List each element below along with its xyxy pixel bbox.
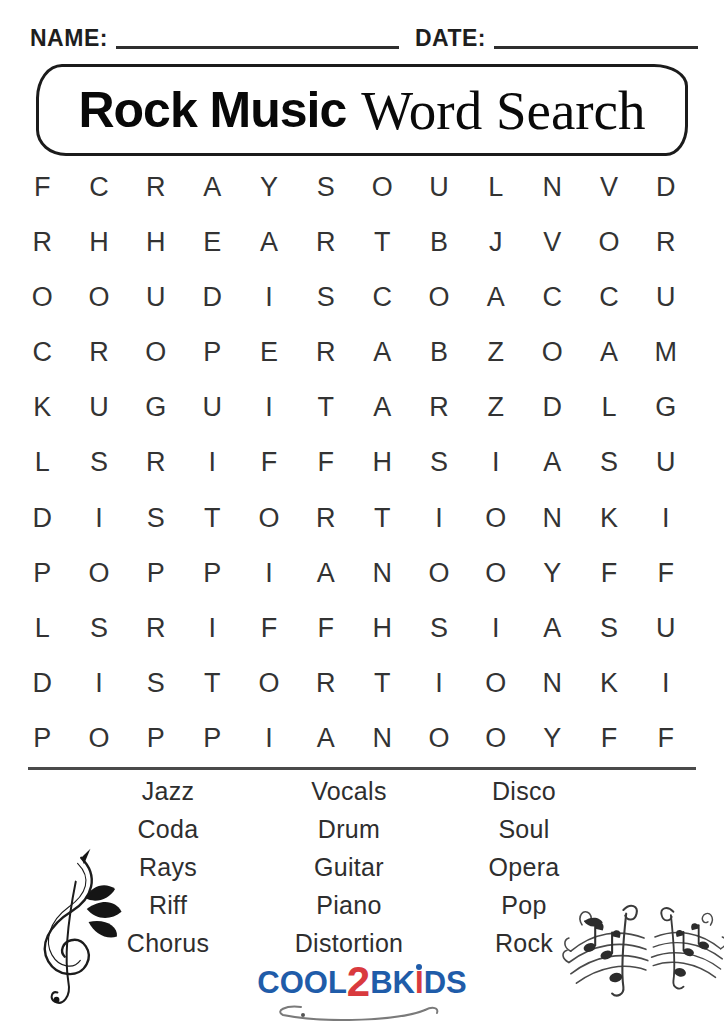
grid-cell-r9c3[interactable]: R [127,601,184,656]
brand-logo: COOL2BKIDS [0,958,724,1021]
name-blank-line [116,26,399,49]
grid-cell-r8c11[interactable]: F [581,546,638,601]
grid-cell-r4c1[interactable]: C [14,325,71,380]
grid-cell-r5c3[interactable]: G [127,380,184,435]
grid-cell-r8c12[interactable]: F [637,546,694,601]
grid-cell-r5c1[interactable]: K [14,380,71,435]
grid-cell-r9c6[interactable]: F [297,601,354,656]
grid-cell-r2c10[interactable]: V [524,215,581,270]
grid-cell-r7c4[interactable]: T [184,491,241,546]
grid-cell-r2c3[interactable]: H [127,215,184,270]
grid-cell-r11c2[interactable]: O [71,711,128,766]
grid-cell-r11c11[interactable]: F [581,711,638,766]
grid-cell-r3c11[interactable]: C [581,270,638,325]
word-list-item: Coda [63,810,273,848]
grid-cell-r10c10[interactable]: N [524,656,581,711]
grid-cell-r5c6[interactable]: T [297,380,354,435]
grid-cell-r6c12[interactable]: U [637,435,694,490]
grid-cell-r8c1[interactable]: P [14,546,71,601]
grid-cell-r7c1[interactable]: D [14,491,71,546]
grid-cell-r9c12[interactable]: U [637,601,694,656]
grid-cell-r4c12[interactable]: M [637,325,694,380]
grid-cell-r10c12[interactable]: I [637,656,694,711]
grid-cell-r2c8[interactable]: B [411,215,468,270]
grid-cell-r1c5[interactable]: Y [241,160,298,215]
grid-cell-r11c3[interactable]: P [127,711,184,766]
word-list-item: Soul [419,810,629,848]
grid-cell-r8c6[interactable]: A [297,546,354,601]
logo-part-bk: BK [370,965,415,1000]
grid-cell-r5c9[interactable]: Z [467,380,524,435]
grid-cell-r7c2[interactable]: I [71,491,128,546]
grid-cell-r3c7[interactable]: C [354,270,411,325]
title-box: Rock Music Word Search [36,64,688,156]
grid-cell-r8c10[interactable]: Y [524,546,581,601]
grid-cell-r7c5[interactable]: O [241,491,298,546]
grid-cell-r7c10[interactable]: N [524,491,581,546]
grid-cell-r6c1[interactable]: L [14,435,71,490]
grid-cell-r3c2[interactable]: O [71,270,128,325]
grid-cell-r5c11[interactable]: L [581,380,638,435]
grid-cell-r10c7[interactable]: T [354,656,411,711]
grid-cell-r3c4[interactable]: D [184,270,241,325]
grid-cell-r7c7[interactable]: T [354,491,411,546]
word-list-item: Disco [419,772,629,810]
grid-cell-r9c8[interactable]: S [411,601,468,656]
page-title-primary: Rock Music [78,81,346,139]
grid-cell-r6c11[interactable]: S [581,435,638,490]
logo-part-cool: COOL [257,965,347,1000]
grid-cell-r2c11[interactable]: O [581,215,638,270]
grid-cell-r8c9[interactable]: O [467,546,524,601]
letter-grid: FCRAYSOULNVDRHHEARTBJVOROOUDISCOACCUCROP… [14,160,694,766]
grid-cell-r1c4[interactable]: A [184,160,241,215]
logo-pencil-i: I [415,965,424,1000]
grid-cell-r8c3[interactable]: P [127,546,184,601]
grid-cell-r9c4[interactable]: I [184,601,241,656]
grid-cell-r5c4[interactable]: U [184,380,241,435]
grid-cell-r11c1[interactable]: P [14,711,71,766]
grid-cell-r4c10[interactable]: O [524,325,581,380]
grid-cell-r9c11[interactable]: S [581,601,638,656]
grid-cell-r9c1[interactable]: L [14,601,71,656]
grid-cell-r4c3[interactable]: O [127,325,184,380]
grid-cell-r6c10[interactable]: A [524,435,581,490]
grid-cell-r4c4[interactable]: P [184,325,241,380]
grid-cell-r10c2[interactable]: I [71,656,128,711]
grid-cell-r1c11[interactable]: V [581,160,638,215]
grid-cell-r1c12[interactable]: D [637,160,694,215]
grid-cell-r8c2[interactable]: O [71,546,128,601]
grid-cell-r11c6[interactable]: A [297,711,354,766]
grid-cell-r11c12[interactable]: F [637,711,694,766]
grid-cell-r11c9[interactable]: O [467,711,524,766]
grid-cell-r3c6[interactable]: S [297,270,354,325]
grid-cell-r10c5[interactable]: O [241,656,298,711]
grid-cell-r5c5[interactable]: I [241,380,298,435]
grid-cell-r9c10[interactable]: A [524,601,581,656]
grid-cell-r4c9[interactable]: Z [467,325,524,380]
grid-cell-r3c3[interactable]: U [127,270,184,325]
grid-cell-r7c11[interactable]: K [581,491,638,546]
grid-cell-r6c6[interactable]: F [297,435,354,490]
grid-cell-r2c5[interactable]: A [241,215,298,270]
grid-cell-r1c2[interactable]: C [71,160,128,215]
logo-part-ds: DS [424,965,467,1000]
grid-cell-r11c7[interactable]: N [354,711,411,766]
grid-cell-r10c8[interactable]: I [411,656,468,711]
grid-cell-r8c8[interactable]: O [411,546,468,601]
grid-cell-r1c3[interactable]: R [127,160,184,215]
grid-cell-r9c7[interactable]: H [354,601,411,656]
grid-cell-r10c9[interactable]: O [467,656,524,711]
word-list-item: Opera [419,848,629,886]
grid-cell-r8c5[interactable]: I [241,546,298,601]
grid-cell-r10c6[interactable]: R [297,656,354,711]
grid-cell-r2c7[interactable]: T [354,215,411,270]
grid-cell-r1c9[interactable]: L [467,160,524,215]
grid-cell-r7c6[interactable]: R [297,491,354,546]
grid-cell-r3c5[interactable]: I [241,270,298,325]
grid-cell-r11c8[interactable]: O [411,711,468,766]
grid-cell-r2c1[interactable]: R [14,215,71,270]
grid-cell-r10c1[interactable]: D [14,656,71,711]
date-blank-line [494,26,698,49]
grid-cell-r10c4[interactable]: T [184,656,241,711]
grid-cell-r7c8[interactable]: I [411,491,468,546]
grid-cell-r2c12[interactable]: R [637,215,694,270]
grid-cell-r2c6[interactable]: R [297,215,354,270]
grid-cell-r3c9[interactable]: A [467,270,524,325]
word-list-item: Jazz [63,772,273,810]
grid-cell-r6c4[interactable]: I [184,435,241,490]
grid-cell-r3c12[interactable]: U [637,270,694,325]
grid-cell-r11c5[interactable]: I [241,711,298,766]
page-title-secondary: Word Search [361,79,645,142]
grid-cell-r11c10[interactable]: Y [524,711,581,766]
grid-cell-r7c12[interactable]: I [637,491,694,546]
grid-cell-r7c3[interactable]: S [127,491,184,546]
worksheet-page: NAME: DATE: Rock Music Word Search FCRAY… [0,0,724,1024]
grid-cell-r4c6[interactable]: R [297,325,354,380]
grid-cell-r2c9[interactable]: J [467,215,524,270]
grid-cell-r9c9[interactable]: I [467,601,524,656]
grid-cell-r4c11[interactable]: A [581,325,638,380]
grid-cell-r5c7[interactable]: A [354,380,411,435]
grid-cell-r3c1[interactable]: O [14,270,71,325]
grid-cell-r6c5[interactable]: F [241,435,298,490]
grid-cell-r9c5[interactable]: F [241,601,298,656]
grid-cell-r3c10[interactable]: C [524,270,581,325]
grid-cell-r9c2[interactable]: S [71,601,128,656]
grid-cell-r11c4[interactable]: P [184,711,241,766]
grid-cell-r6c3[interactable]: R [127,435,184,490]
grid-cell-r8c4[interactable]: P [184,546,241,601]
name-date-header: NAME: DATE: [30,22,698,52]
grid-cell-r6c2[interactable]: S [71,435,128,490]
word-list-divider [28,767,696,770]
grid-cell-r2c4[interactable]: E [184,215,241,270]
grid-cell-r6c9[interactable]: I [467,435,524,490]
grid-cell-r1c6[interactable]: S [297,160,354,215]
grid-cell-r8c7[interactable]: N [354,546,411,601]
date-label: DATE: [415,24,486,52]
grid-cell-r7c9[interactable]: O [467,491,524,546]
grid-cell-r4c7[interactable]: A [354,325,411,380]
grid-cell-r4c5[interactable]: E [241,325,298,380]
grid-cell-r3c8[interactable]: O [411,270,468,325]
grid-cell-r1c10[interactable]: N [524,160,581,215]
grid-cell-r6c8[interactable]: S [411,435,468,490]
grid-cell-r10c11[interactable]: K [581,656,638,711]
grid-cell-r5c12[interactable]: G [637,380,694,435]
grid-cell-r5c8[interactable]: R [411,380,468,435]
grid-cell-r1c8[interactable]: U [411,160,468,215]
grid-cell-r5c10[interactable]: D [524,380,581,435]
grid-cell-r5c2[interactable]: U [71,380,128,435]
logo-part-2: 2 [347,958,370,1005]
grid-cell-r2c2[interactable]: H [71,215,128,270]
grid-cell-r4c8[interactable]: B [411,325,468,380]
grid-cell-r4c2[interactable]: R [71,325,128,380]
grid-cell-r10c3[interactable]: S [127,656,184,711]
grid-cell-r1c7[interactable]: O [354,160,411,215]
name-label: NAME: [30,24,108,52]
grid-cell-r6c7[interactable]: H [354,435,411,490]
grid-cell-r1c1[interactable]: F [14,160,71,215]
